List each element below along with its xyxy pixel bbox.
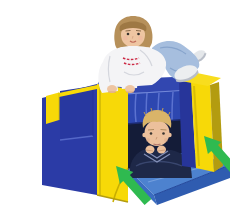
left-foam-block: [42, 84, 128, 202]
left-block-yellow-stripe: [46, 93, 59, 125]
boy-fist-left: [146, 146, 155, 154]
boy-fist-right: [157, 146, 166, 154]
boy-face: [145, 120, 170, 146]
left-block-yellow-column: [97, 84, 128, 202]
right-foam-pillar: [179, 73, 223, 172]
soft-play-product-photo: [40, 16, 230, 206]
